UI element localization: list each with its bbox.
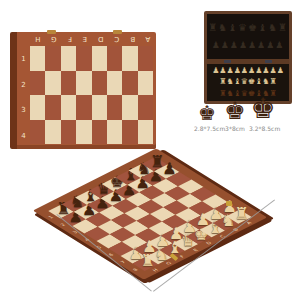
folded-board-square [92, 95, 107, 120]
latch-icon [226, 201, 232, 206]
lid-piece-slots: ♟♟♟♟♟♟♟♟ [207, 41, 289, 50]
size-label: 3*8cm [222, 125, 249, 132]
folded-board-square [138, 95, 153, 120]
rank-label: 4 [17, 123, 30, 149]
size-chart: ♚ ♚ ♚ 2.8*7.5cm 3*8cm 3.2*8.5cm [194, 92, 276, 132]
file-label: G [46, 32, 62, 46]
folded-board-square [45, 120, 60, 145]
size-chart-kings: ♚ ♚ ♚ [194, 92, 276, 123]
folded-board-square [61, 46, 76, 71]
folded-board-grid [30, 46, 153, 144]
folded-board-letter-strip: HGFEDCBA [17, 32, 156, 46]
folded-board-square [45, 46, 60, 71]
tray-row-light-pawns: ♟♟♟♟♟♟♟♟♟♟ [207, 67, 289, 75]
size-label: 2.8*7.5cm [194, 125, 221, 132]
tray-row-light-pieces: ♜♞♝♛♚♝♞♜ [207, 78, 289, 86]
folded-board-square [122, 71, 137, 96]
folded-board-letters: HGFEDCBA [17, 32, 156, 46]
file-label: B [125, 32, 141, 46]
king-piece-medium: ♚ [222, 99, 248, 123]
folded-board-side-edge [10, 32, 17, 149]
folded-board-square [107, 120, 122, 145]
king-piece-small: ♚ [194, 103, 220, 123]
lid-piece-slots: ♜♞♝♛♚♝♞♜ [207, 23, 289, 33]
file-label: E [77, 32, 93, 46]
folded-board-square [61, 120, 76, 145]
folded-board-square [61, 71, 76, 96]
size-label: 3.2*8.5cm [249, 125, 276, 132]
folded-board-square [138, 120, 153, 145]
folded-board-square [138, 46, 153, 71]
folded-board-square [138, 71, 153, 96]
rank-label: 3 [17, 98, 30, 124]
box-lid-interior: ♜♞♝♛♚♝♞♜ ♟♟♟♟♟♟♟♟ [207, 14, 289, 59]
folded-board-square [76, 120, 91, 145]
folded-board-square [76, 95, 91, 120]
folded-board-square [61, 95, 76, 120]
folded-board-square [45, 71, 60, 96]
folded-board-square [30, 46, 45, 71]
folded-board-square [122, 46, 137, 71]
folded-board-square [30, 95, 45, 120]
file-label: C [109, 32, 125, 46]
folded-board-square [107, 71, 122, 96]
folded-board-square [30, 71, 45, 96]
storage-box: ♜♞♝♛♚♝♞♜ ♟♟♟♟♟♟♟♟ ♟♟♟♟♟♟♟♟♟♟ ♜♞♝♛♚♝♞♜ ♜♞… [204, 11, 292, 104]
folded-chessboard: HGFEDCBA 1234 [10, 32, 156, 149]
folded-board-square [30, 120, 45, 145]
folded-board-square [92, 46, 107, 71]
folded-board-square [76, 71, 91, 96]
folded-board-square [45, 95, 60, 120]
file-label: D [93, 32, 109, 46]
open-chessboard: ♜♞♝♛♚♝♞♜♟♟♟♟♟♟♟♟♟♟♟♟♟♟♟♟♜♞♝♛♚♝♞♜ HGFEDCB… [33, 148, 267, 279]
rank-label: 2 [17, 72, 30, 98]
clasp-icon [224, 60, 231, 63]
file-label: A [140, 32, 156, 46]
folded-board-square [122, 120, 137, 145]
folded-board-square [107, 95, 122, 120]
folded-board-square [92, 120, 107, 145]
folded-board-square [76, 46, 91, 71]
file-label: F [62, 32, 78, 46]
folded-board-square [122, 95, 137, 120]
folded-board-square [107, 46, 122, 71]
clasp-icon [265, 60, 272, 63]
folded-board-numbers: 1234 [17, 46, 30, 149]
product-photo-scene: HGFEDCBA 1234 ♜♞♝♛♚♝♞♜ ♟♟♟♟♟♟♟♟ ♟♟♟♟♟♟♟♟… [0, 0, 300, 300]
size-chart-labels: 2.8*7.5cm 3*8cm 3.2*8.5cm [194, 125, 276, 132]
folded-board-face: HGFEDCBA 1234 [17, 32, 156, 149]
king-piece-large: ♚ [250, 95, 276, 123]
file-label: H [30, 32, 46, 46]
rank-label: 1 [17, 46, 30, 72]
chessboard-grid: ♜♞♝♛♚♝♞♜♟♟♟♟♟♟♟♟♟♟♟♟♟♟♟♟♜♞♝♛♚♝♞♜ [48, 157, 251, 271]
folded-board-square [92, 71, 107, 96]
